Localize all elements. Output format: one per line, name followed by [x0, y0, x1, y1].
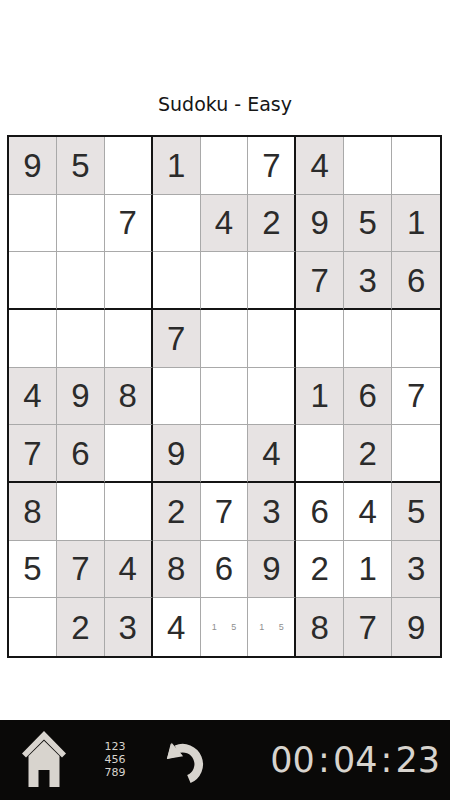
user-digit: 2	[311, 552, 329, 585]
cell-r9c7[interactable]: 8	[296, 598, 344, 656]
cell-r8c1[interactable]: 5	[9, 541, 57, 599]
cell-r1c5[interactable]	[201, 137, 249, 195]
given-digit: 7	[23, 437, 41, 470]
cell-r2c4[interactable]	[153, 195, 201, 253]
cell-r7c4[interactable]: 2	[153, 483, 201, 541]
cell-r4c1[interactable]	[9, 310, 57, 368]
cell-r5c8[interactable]: 6	[344, 368, 392, 426]
cell-r3c8[interactable]: 3	[344, 252, 392, 310]
home-button[interactable]	[21, 730, 67, 788]
numpad-icon-line3: 789	[94, 766, 136, 779]
cell-r5c3[interactable]: 8	[105, 368, 153, 426]
given-digit: 6	[71, 437, 89, 470]
cell-r3c1[interactable]	[9, 252, 57, 310]
cell-r7c3[interactable]	[105, 483, 153, 541]
given-digit: 2	[262, 206, 280, 239]
cell-r7c1[interactable]: 8	[9, 483, 57, 541]
given-digit: 4	[23, 379, 41, 412]
pencil-marks: 1 5	[259, 623, 290, 632]
cell-r1c1[interactable]: 9	[9, 137, 57, 195]
given-digit: 7	[167, 322, 185, 355]
cell-r1c3[interactable]	[105, 137, 153, 195]
timer: 00 : 04 : 23	[270, 743, 440, 778]
user-digit: 7	[119, 206, 137, 239]
cell-r6c6[interactable]: 4	[248, 425, 296, 483]
given-digit: 3	[119, 611, 137, 644]
cell-r8c7[interactable]: 2	[296, 541, 344, 599]
home-icon	[21, 730, 67, 788]
given-digit: 9	[311, 206, 329, 239]
given-digit: 2	[71, 611, 89, 644]
cell-r6c2[interactable]: 6	[57, 425, 105, 483]
cell-r8c5[interactable]: 6	[201, 541, 249, 599]
user-digit: 4	[358, 495, 376, 528]
cell-r3c6[interactable]	[248, 252, 296, 310]
cell-r6c7[interactable]	[296, 425, 344, 483]
cell-r8c4[interactable]: 8	[153, 541, 201, 599]
cell-r9c9[interactable]: 9	[392, 598, 440, 656]
cell-r5c2[interactable]: 9	[57, 368, 105, 426]
cell-r4c9[interactable]	[392, 310, 440, 368]
undo-icon	[164, 734, 208, 784]
cell-r3c5[interactable]	[201, 252, 249, 310]
user-digit: 7	[407, 379, 425, 412]
given-digit: 9	[262, 552, 280, 585]
cell-r7c2[interactable]	[57, 483, 105, 541]
cell-r5c9[interactable]: 7	[392, 368, 440, 426]
cell-r4c8[interactable]	[344, 310, 392, 368]
given-digit: 3	[262, 495, 280, 528]
cell-r9c1[interactable]	[9, 598, 57, 656]
given-digit: 5	[358, 206, 376, 239]
cell-r2c9[interactable]: 1	[392, 195, 440, 253]
given-digit: 1	[167, 149, 185, 182]
cell-r6c8[interactable]: 2	[344, 425, 392, 483]
cell-r7c9[interactable]: 5	[392, 483, 440, 541]
cell-r3c9[interactable]: 6	[392, 252, 440, 310]
cell-r9c6[interactable]: 1 5	[248, 598, 296, 656]
given-digit: 4	[262, 437, 280, 470]
cell-r7c5[interactable]: 7	[201, 483, 249, 541]
cell-r1c6[interactable]: 7	[248, 137, 296, 195]
given-digit: 7	[71, 552, 89, 585]
given-digit: 4	[311, 149, 329, 182]
cell-r2c2[interactable]	[57, 195, 105, 253]
cell-r8c9[interactable]: 3	[392, 541, 440, 599]
given-digit: 9	[167, 437, 185, 470]
numpad-button[interactable]: 123 456 789	[94, 740, 136, 779]
cell-r2c3[interactable]: 7	[105, 195, 153, 253]
given-digit: 9	[23, 149, 41, 182]
cell-r4c2[interactable]	[57, 310, 105, 368]
cell-r2c7[interactable]: 9	[296, 195, 344, 253]
cell-r2c1[interactable]	[9, 195, 57, 253]
cell-r4c7[interactable]	[296, 310, 344, 368]
cell-r1c7[interactable]: 4	[296, 137, 344, 195]
cell-r8c8[interactable]: 1	[344, 541, 392, 599]
cell-r9c2[interactable]: 2	[57, 598, 105, 656]
pencil-marks: 1 5	[212, 623, 243, 632]
cell-r5c7[interactable]: 1	[296, 368, 344, 426]
cell-r9c5[interactable]: 1 5	[201, 598, 249, 656]
cell-r9c8[interactable]: 7	[344, 598, 392, 656]
user-digit: 6	[311, 495, 329, 528]
cell-r8c6[interactable]: 9	[248, 541, 296, 599]
user-digit: 5	[23, 552, 41, 585]
given-digit: 6	[407, 264, 425, 297]
user-digit: 7	[215, 495, 233, 528]
given-digit: 5	[71, 149, 89, 182]
numpad-icon-line2: 456	[94, 753, 136, 766]
cell-r6c4[interactable]: 9	[153, 425, 201, 483]
user-digit: 6	[215, 552, 233, 585]
numpad-icon-line1: 123	[94, 740, 136, 753]
page-title: Sudoku - Easy	[0, 93, 450, 115]
cell-r7c6[interactable]: 3	[248, 483, 296, 541]
bottom-bar: 123 456 789 00 : 04 : 23	[0, 720, 450, 800]
undo-button[interactable]	[164, 734, 208, 784]
cell-r8c2[interactable]: 7	[57, 541, 105, 599]
given-digit: 8	[23, 495, 41, 528]
cell-r5c5[interactable]	[201, 368, 249, 426]
given-digit: 6	[358, 379, 376, 412]
sudoku-board: 9517474295173674981677694282736455748692…	[7, 135, 442, 658]
given-digit: 8	[167, 552, 185, 585]
given-digit: 2	[358, 437, 376, 470]
user-digit: 1	[358, 552, 376, 585]
cell-r7c7[interactable]: 6	[296, 483, 344, 541]
given-digit: 9	[71, 379, 89, 412]
cell-r4c5[interactable]	[201, 310, 249, 368]
cell-r9c3[interactable]: 3	[105, 598, 153, 656]
cell-r5c6[interactable]	[248, 368, 296, 426]
cell-r5c1[interactable]: 4	[9, 368, 57, 426]
given-digit: 2	[167, 495, 185, 528]
cell-r3c2[interactable]	[57, 252, 105, 310]
given-digit: 7	[358, 611, 376, 644]
given-digit: 3	[358, 264, 376, 297]
given-digit: 1	[311, 379, 329, 412]
cell-r1c2[interactable]: 5	[57, 137, 105, 195]
cell-r2c5[interactable]: 4	[201, 195, 249, 253]
given-digit: 4	[119, 552, 137, 585]
given-digit: 1	[407, 206, 425, 239]
cell-r6c3[interactable]	[105, 425, 153, 483]
cell-r2c6[interactable]: 2	[248, 195, 296, 253]
cell-r4c3[interactable]	[105, 310, 153, 368]
cell-r3c3[interactable]	[105, 252, 153, 310]
cell-r8c3[interactable]: 4	[105, 541, 153, 599]
given-digit: 8	[119, 379, 137, 412]
given-digit: 8	[311, 611, 329, 644]
cell-r4c4[interactable]: 7	[153, 310, 201, 368]
cell-r6c1[interactable]: 7	[9, 425, 57, 483]
cell-r1c9[interactable]	[392, 137, 440, 195]
cell-r6c5[interactable]	[201, 425, 249, 483]
user-digit: 7	[262, 149, 280, 182]
cell-r7c8[interactable]: 4	[344, 483, 392, 541]
cell-r1c4[interactable]: 1	[153, 137, 201, 195]
given-digit: 5	[407, 495, 425, 528]
given-digit: 7	[311, 264, 329, 297]
cell-r1c8[interactable]	[344, 137, 392, 195]
cell-r4c6[interactable]	[248, 310, 296, 368]
cell-r3c4[interactable]	[153, 252, 201, 310]
cell-r2c8[interactable]: 5	[344, 195, 392, 253]
cell-r6c9[interactable]	[392, 425, 440, 483]
given-digit: 3	[407, 552, 425, 585]
cell-r9c4[interactable]: 4	[153, 598, 201, 656]
given-digit: 4	[215, 206, 233, 239]
given-digit: 9	[407, 611, 425, 644]
user-digit: 4	[167, 611, 185, 644]
cell-r3c7[interactable]: 7	[296, 252, 344, 310]
cell-r5c4[interactable]	[153, 368, 201, 426]
